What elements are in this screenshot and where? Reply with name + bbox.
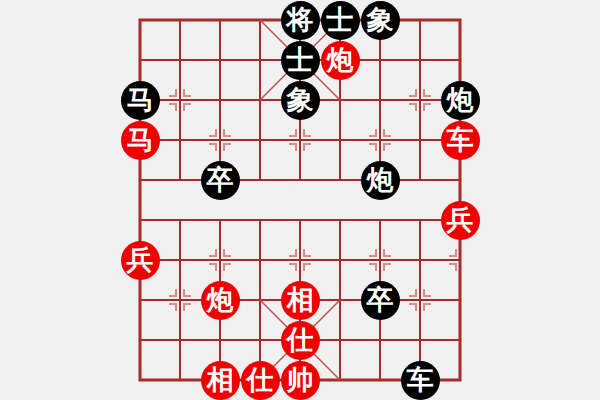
- piece-layer: 将士象士炮马象炮马车卒炮兵兵炮相卒仕相仕帅车: [120, 0, 480, 400]
- piece-red-advisor[interactable]: 仕: [241, 361, 280, 400]
- piece-glyph: 炮: [367, 166, 394, 193]
- piece-glyph: 卒: [207, 166, 234, 193]
- piece-glyph: 兵: [447, 206, 474, 233]
- piece-glyph: 车: [407, 366, 434, 393]
- piece-black-cannon[interactable]: 炮: [361, 161, 400, 200]
- piece-glyph: 炮: [207, 286, 234, 313]
- piece-glyph: 相: [287, 286, 314, 313]
- piece-glyph: 帅: [287, 366, 314, 393]
- piece-red-cannon[interactable]: 炮: [201, 281, 240, 320]
- piece-glyph: 象: [287, 86, 314, 113]
- piece-black-advisor[interactable]: 士: [281, 41, 320, 80]
- piece-glyph: 将: [287, 6, 314, 33]
- piece-black-pawn[interactable]: 卒: [201, 161, 240, 200]
- piece-black-general[interactable]: 将: [281, 1, 320, 40]
- piece-glyph: 士: [327, 6, 354, 33]
- piece-red-horse[interactable]: 马: [121, 121, 160, 160]
- piece-red-pawn[interactable]: 兵: [441, 201, 480, 240]
- piece-black-advisor[interactable]: 士: [321, 1, 360, 40]
- piece-red-advisor[interactable]: 仕: [281, 321, 320, 360]
- piece-black-chariot[interactable]: 车: [401, 361, 440, 400]
- piece-glyph: 士: [287, 46, 314, 73]
- piece-glyph: 兵: [127, 246, 154, 273]
- piece-glyph: 马: [127, 126, 154, 153]
- piece-red-elephant[interactable]: 相: [201, 361, 240, 400]
- piece-glyph: 象: [367, 6, 394, 33]
- piece-red-general[interactable]: 帅: [281, 361, 320, 400]
- piece-black-horse[interactable]: 马: [121, 81, 160, 120]
- piece-glyph: 仕: [247, 366, 274, 393]
- piece-red-elephant[interactable]: 相: [281, 281, 320, 320]
- piece-glyph: 车: [447, 126, 474, 153]
- xiangqi-board: 将士象士炮马象炮马车卒炮兵兵炮相卒仕相仕帅车: [0, 0, 600, 400]
- piece-red-cannon[interactable]: 炮: [321, 41, 360, 80]
- piece-black-pawn[interactable]: 卒: [361, 281, 400, 320]
- piece-red-chariot[interactable]: 车: [441, 121, 480, 160]
- piece-glyph: 仕: [287, 326, 314, 353]
- piece-glyph: 马: [127, 86, 154, 113]
- piece-glyph: 相: [207, 366, 234, 393]
- piece-black-elephant[interactable]: 象: [281, 81, 320, 120]
- piece-glyph: 炮: [327, 46, 354, 73]
- piece-glyph: 炮: [447, 86, 474, 113]
- piece-red-pawn[interactable]: 兵: [121, 241, 160, 280]
- piece-glyph: 卒: [367, 286, 394, 313]
- piece-black-elephant[interactable]: 象: [361, 1, 400, 40]
- piece-black-cannon[interactable]: 炮: [441, 81, 480, 120]
